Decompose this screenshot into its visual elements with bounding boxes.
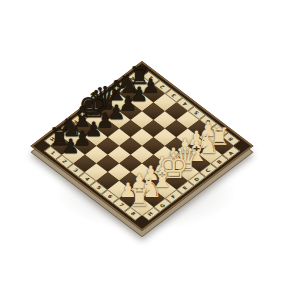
photo-canvas: 12345678A♜♟♟♜AB♞♟♟♞BC♝♟♟♝CD♛♟♟♛DE♚♟♟♚EF♝… [0, 0, 300, 300]
